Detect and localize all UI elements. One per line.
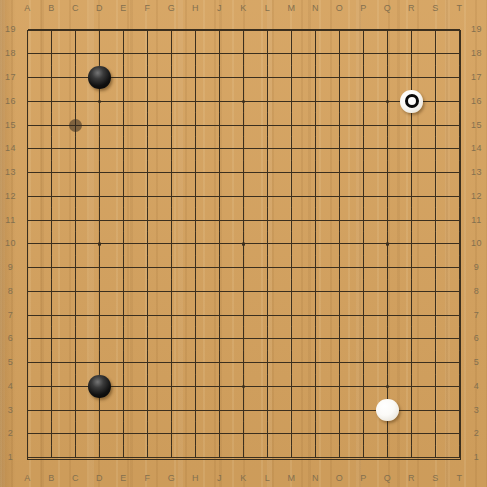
board-cell[interactable] [376,351,400,375]
board-cell[interactable] [160,137,184,161]
board-cell[interactable] [376,184,400,208]
board-cell[interactable] [280,327,304,351]
board-cell[interactable] [448,161,472,185]
board-cell[interactable] [160,232,184,256]
board-cell[interactable] [16,89,40,113]
board-cell[interactable] [304,398,328,422]
board-cell[interactable] [280,232,304,256]
board-cell[interactable] [376,303,400,327]
board-cell[interactable] [304,446,328,470]
board-cell[interactable] [40,351,64,375]
board-cell[interactable] [16,113,40,137]
board-cell[interactable] [136,446,160,470]
board-cell[interactable] [112,42,136,66]
board-cell[interactable] [184,113,208,137]
board-cell[interactable] [424,208,448,232]
board-cell[interactable] [376,137,400,161]
board-cell[interactable] [256,66,280,90]
board-cell[interactable] [64,18,88,42]
board-cell[interactable] [328,256,352,280]
board-cell[interactable] [16,398,40,422]
board-cell[interactable] [424,398,448,422]
board-cell[interactable] [64,42,88,66]
board-cell[interactable] [280,280,304,304]
board-cell[interactable] [352,351,376,375]
board-cell[interactable] [160,375,184,399]
board-cell[interactable] [424,375,448,399]
board-cell[interactable] [40,184,64,208]
board-cell[interactable] [256,18,280,42]
board-cell[interactable] [256,184,280,208]
board-cell[interactable] [112,303,136,327]
board-cell[interactable] [208,398,232,422]
board-cell[interactable] [448,303,472,327]
board-cell[interactable] [88,422,112,446]
board-cell[interactable] [40,208,64,232]
board-cell[interactable] [40,89,64,113]
board-cell[interactable] [16,42,40,66]
board-cell[interactable] [40,42,64,66]
board-cell[interactable] [328,66,352,90]
board-cell[interactable] [184,351,208,375]
board-cell[interactable] [136,422,160,446]
board-cell[interactable] [328,351,352,375]
board-cell[interactable] [304,303,328,327]
board-cell[interactable] [40,137,64,161]
board-cell[interactable] [280,137,304,161]
board-cell[interactable] [448,89,472,113]
board-cell[interactable] [64,422,88,446]
board-cell[interactable] [328,422,352,446]
board-cell[interactable] [376,161,400,185]
board-cell[interactable] [280,398,304,422]
board-cell[interactable] [208,327,232,351]
board-cell[interactable] [352,256,376,280]
board-cell[interactable] [400,398,424,422]
board-cell[interactable] [112,422,136,446]
board-cell[interactable] [280,422,304,446]
board-cell[interactable] [184,256,208,280]
board-cell[interactable] [232,89,256,113]
board-cell[interactable] [88,327,112,351]
board-cell[interactable] [184,208,208,232]
board-cell[interactable] [232,280,256,304]
board-cell[interactable] [400,327,424,351]
board-cell[interactable] [400,18,424,42]
board-cell[interactable] [256,208,280,232]
board-cell[interactable] [16,232,40,256]
board-cell[interactable] [136,256,160,280]
board-cell[interactable] [448,256,472,280]
board-cell[interactable] [88,351,112,375]
board-cell[interactable] [112,113,136,137]
board-cell[interactable] [424,422,448,446]
board-cell[interactable] [400,89,424,113]
board-cell[interactable] [256,256,280,280]
board-cell[interactable] [304,208,328,232]
board-cell[interactable] [376,422,400,446]
board-cell[interactable] [376,398,400,422]
board-cell[interactable] [88,137,112,161]
board-cell[interactable] [208,113,232,137]
board-cell[interactable] [280,256,304,280]
board-cell[interactable] [64,398,88,422]
board-cell[interactable] [448,66,472,90]
board-cell[interactable] [304,232,328,256]
board-cell[interactable] [280,66,304,90]
board-cell[interactable] [160,422,184,446]
board-cell[interactable] [352,375,376,399]
board-cell[interactable] [424,327,448,351]
board-cell[interactable] [352,446,376,470]
board-cell[interactable] [160,42,184,66]
board-cell[interactable] [256,89,280,113]
board-cell[interactable] [400,422,424,446]
board-cell[interactable] [184,280,208,304]
board-cell[interactable] [16,137,40,161]
board-cell[interactable] [40,446,64,470]
board-cell[interactable] [352,398,376,422]
board-cell[interactable] [208,256,232,280]
board-cell[interactable] [208,280,232,304]
board-cell[interactable] [88,89,112,113]
board-cell[interactable] [448,208,472,232]
board-cell[interactable] [64,446,88,470]
board-cell[interactable] [40,280,64,304]
board-cell[interactable] [424,42,448,66]
board-cell[interactable] [448,375,472,399]
board-cell[interactable] [304,256,328,280]
board-cell[interactable] [256,327,280,351]
board-cell[interactable] [400,113,424,137]
board-cell[interactable] [256,303,280,327]
board-cell[interactable] [112,208,136,232]
board-cell[interactable] [448,327,472,351]
board-cell[interactable] [448,18,472,42]
board-cell[interactable] [160,18,184,42]
board-cell[interactable] [88,446,112,470]
board-cell[interactable] [232,18,256,42]
board-cell[interactable] [112,351,136,375]
board-cell[interactable] [424,232,448,256]
board-cell[interactable] [304,375,328,399]
board-cell[interactable] [376,256,400,280]
board-cell[interactable] [64,280,88,304]
board-cell[interactable] [424,18,448,42]
board-cell[interactable] [136,327,160,351]
board-cell[interactable] [208,161,232,185]
board-cell[interactable] [304,18,328,42]
board-cell[interactable] [352,161,376,185]
board-cell[interactable] [208,232,232,256]
board-cell[interactable] [328,303,352,327]
board-cell[interactable] [184,137,208,161]
board-cell[interactable] [448,42,472,66]
board-cell[interactable] [160,208,184,232]
board-cell[interactable] [232,184,256,208]
board-cell[interactable] [424,303,448,327]
board-cell[interactable] [256,351,280,375]
board-cell[interactable] [112,256,136,280]
board-cell[interactable] [256,398,280,422]
board-cell[interactable] [424,256,448,280]
board-cell[interactable] [376,113,400,137]
board-cell[interactable] [232,398,256,422]
board-cell[interactable] [232,327,256,351]
board-cell[interactable] [448,113,472,137]
board-cell[interactable] [88,375,112,399]
board-cell[interactable] [424,137,448,161]
board-cell[interactable] [64,113,88,137]
board-cell[interactable] [40,398,64,422]
board-cell[interactable] [424,113,448,137]
board-cell[interactable] [112,280,136,304]
board-cell[interactable] [304,184,328,208]
board-cell[interactable] [400,303,424,327]
board-cell[interactable] [160,446,184,470]
board-cell[interactable] [160,161,184,185]
board-cell[interactable] [184,161,208,185]
board-cell[interactable] [40,422,64,446]
board-cell[interactable] [376,66,400,90]
board-cell[interactable] [40,303,64,327]
board-cell[interactable] [16,351,40,375]
board-cell[interactable] [232,42,256,66]
board-cell[interactable] [16,327,40,351]
board-cell[interactable] [400,232,424,256]
board-cell[interactable] [16,18,40,42]
board-cell[interactable] [280,89,304,113]
board-cell[interactable] [112,184,136,208]
board-cell[interactable] [448,398,472,422]
board-cell[interactable] [40,327,64,351]
board-cell[interactable] [352,66,376,90]
board-cell[interactable] [160,66,184,90]
board-cell[interactable] [136,303,160,327]
board-cell[interactable] [208,446,232,470]
board-cell[interactable] [88,42,112,66]
board-cell[interactable] [400,351,424,375]
board-cell[interactable] [16,303,40,327]
board-cell[interactable] [112,398,136,422]
board-cell[interactable] [184,398,208,422]
board-cell[interactable] [256,161,280,185]
board-cell[interactable] [64,208,88,232]
board-cell[interactable] [400,446,424,470]
board-cell[interactable] [136,208,160,232]
board-cell[interactable] [112,18,136,42]
board-cell[interactable] [184,446,208,470]
board-cell[interactable] [280,303,304,327]
board-cell[interactable] [256,375,280,399]
board-cell[interactable] [88,113,112,137]
board-cell[interactable] [160,303,184,327]
board-cell[interactable] [16,280,40,304]
board-cell[interactable] [64,184,88,208]
board-cell[interactable] [232,422,256,446]
board-cell[interactable] [424,280,448,304]
board-cell[interactable] [136,113,160,137]
board-cell[interactable] [424,161,448,185]
board-cell[interactable] [304,137,328,161]
board-cell[interactable] [328,327,352,351]
board-cell[interactable] [352,280,376,304]
board-cell[interactable] [328,280,352,304]
board-cell[interactable] [376,208,400,232]
board-cell[interactable] [304,351,328,375]
board-cell[interactable] [136,18,160,42]
board-cell[interactable] [40,66,64,90]
board-cell[interactable] [88,184,112,208]
board-cell[interactable] [400,208,424,232]
board-cell[interactable] [88,161,112,185]
board-cell[interactable] [376,18,400,42]
board-cell[interactable] [376,375,400,399]
board-cell[interactable] [184,303,208,327]
board-cell[interactable] [376,232,400,256]
board-cell[interactable] [424,184,448,208]
board-cell[interactable] [352,113,376,137]
board-cell[interactable] [448,137,472,161]
board-cell[interactable] [208,42,232,66]
board-cell[interactable] [376,89,400,113]
board-cell[interactable] [280,113,304,137]
board-cell[interactable] [448,446,472,470]
board-cell[interactable] [208,375,232,399]
board-cell[interactable] [64,89,88,113]
board-cell[interactable] [184,18,208,42]
board-cell[interactable] [232,232,256,256]
board-cell[interactable] [208,66,232,90]
board-cell[interactable] [232,303,256,327]
board-cell[interactable] [184,375,208,399]
board-cell[interactable] [208,184,232,208]
board-cell[interactable] [400,42,424,66]
board-cell[interactable] [16,161,40,185]
board-cell[interactable] [256,232,280,256]
board-cell[interactable] [328,42,352,66]
board-cell[interactable] [64,327,88,351]
board-cell[interactable] [184,232,208,256]
board-cell[interactable] [280,446,304,470]
board-cell[interactable] [400,375,424,399]
board-cell[interactable] [448,351,472,375]
board-cell[interactable] [160,89,184,113]
board-cell[interactable] [64,161,88,185]
board-cell[interactable] [328,398,352,422]
board-cell[interactable] [304,66,328,90]
board-cell[interactable] [64,66,88,90]
board-cell[interactable] [40,18,64,42]
board-cell[interactable] [280,184,304,208]
board-cell[interactable] [112,232,136,256]
board-cell[interactable] [136,232,160,256]
board-cell[interactable] [64,303,88,327]
board-cell[interactable] [208,18,232,42]
board-cell[interactable] [88,256,112,280]
board-cell[interactable] [304,161,328,185]
board-cell[interactable] [16,66,40,90]
board-cell[interactable] [400,137,424,161]
board-cell[interactable] [304,42,328,66]
board-cell[interactable] [64,232,88,256]
board-cell[interactable] [184,66,208,90]
board-cell[interactable] [184,89,208,113]
board-cell[interactable] [376,446,400,470]
board-cell[interactable] [352,208,376,232]
board-cell[interactable] [400,256,424,280]
board-cell[interactable] [256,42,280,66]
board-cell[interactable] [88,398,112,422]
board-cell[interactable] [184,327,208,351]
board-cell[interactable] [88,280,112,304]
board-cell[interactable] [256,446,280,470]
board-cell[interactable] [352,327,376,351]
board-cell[interactable] [136,137,160,161]
board-cell[interactable] [160,113,184,137]
board-cell[interactable] [448,232,472,256]
board-cell[interactable] [280,208,304,232]
board-cell[interactable] [352,184,376,208]
board-cell[interactable] [304,89,328,113]
board-cell[interactable] [16,184,40,208]
board-cell[interactable] [208,422,232,446]
board-cell[interactable] [448,280,472,304]
board-cell[interactable] [328,113,352,137]
board-cell[interactable] [16,422,40,446]
board-cell[interactable] [88,66,112,90]
board-cell[interactable] [208,303,232,327]
board-cell[interactable] [328,89,352,113]
board-cell[interactable] [136,66,160,90]
board-cell[interactable] [112,137,136,161]
board-cell[interactable] [136,398,160,422]
board-cell[interactable] [112,161,136,185]
board-cell[interactable] [184,42,208,66]
board-cell[interactable] [136,280,160,304]
board-cell[interactable] [208,351,232,375]
board-cell[interactable] [160,184,184,208]
board-cell[interactable] [232,375,256,399]
board-cell[interactable] [40,232,64,256]
board-cell[interactable] [160,351,184,375]
board-cell[interactable] [400,184,424,208]
board-cell[interactable] [304,113,328,137]
board-cell[interactable] [400,66,424,90]
board-cell[interactable] [88,18,112,42]
board-cell[interactable] [160,398,184,422]
board-cell[interactable] [376,280,400,304]
board-cell[interactable] [352,232,376,256]
board-cell[interactable] [208,137,232,161]
board-cell[interactable] [328,137,352,161]
board-cell[interactable] [136,375,160,399]
board-cell[interactable] [328,446,352,470]
board-cell[interactable] [328,18,352,42]
board-cell[interactable] [352,422,376,446]
board-cell[interactable] [184,422,208,446]
board-cell[interactable] [112,66,136,90]
board-cell[interactable] [112,375,136,399]
board-cell[interactable] [304,422,328,446]
board-cell[interactable] [352,303,376,327]
board-cell[interactable] [376,42,400,66]
board-cell[interactable] [136,89,160,113]
board-cell[interactable] [112,446,136,470]
board-cell[interactable] [376,327,400,351]
board-cell[interactable] [232,113,256,137]
board-cell[interactable] [400,280,424,304]
